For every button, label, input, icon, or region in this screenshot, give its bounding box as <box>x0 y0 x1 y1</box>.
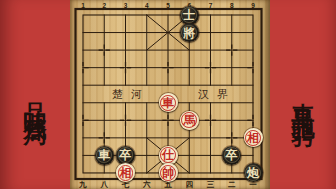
right-banner: 車马驰骋 <box>270 0 336 189</box>
top-label: 8 <box>230 2 234 9</box>
board-wood: 123456789九八七六五四三二一楚河汉界 士將車馬相車卒仕卒相帥炮 <box>70 0 270 189</box>
piece-glyph: 卒 <box>226 149 238 161</box>
piece-black-士[interactable]: 士 <box>180 6 199 25</box>
xiangqi-app: 品味残局 123456789九八七六五四三二一楚河汉界 士將車馬相車卒仕卒相帥炮… <box>0 0 336 189</box>
top-label: 9 <box>251 2 255 9</box>
piece-black-將[interactable]: 將 <box>180 23 199 42</box>
piece-black-卒[interactable]: 卒 <box>116 146 135 165</box>
top-label: 1 <box>81 2 85 9</box>
piece-glyph: 相 <box>247 132 259 144</box>
top-label: 2 <box>102 2 106 9</box>
river-label: 汉界 <box>198 88 236 100</box>
piece-glyph: 將 <box>183 27 195 39</box>
piece-black-卒[interactable]: 卒 <box>222 146 241 165</box>
top-label: 5 <box>166 2 170 9</box>
piece-black-車[interactable]: 車 <box>95 146 114 165</box>
river-label: 楚河 <box>112 88 150 100</box>
piece-red-相[interactable]: 相 <box>244 128 263 147</box>
piece-glyph: 車 <box>162 97 174 109</box>
bottom-label: 二 <box>228 180 236 189</box>
bottom-label: 八 <box>100 180 109 189</box>
piece-red-仕[interactable]: 仕 <box>159 146 178 165</box>
left-banner: 品味残局 <box>0 0 70 189</box>
bottom-label: 九 <box>78 180 87 189</box>
bottom-label: 六 <box>142 180 151 189</box>
piece-red-馬[interactable]: 馬 <box>180 111 199 130</box>
piece-glyph: 馬 <box>183 114 195 126</box>
piece-glyph: 仕 <box>162 149 174 161</box>
piece-glyph: 相 <box>120 167 132 179</box>
left-banner-text: 品味残局 <box>24 84 47 112</box>
piece-glyph: 炮 <box>247 167 259 179</box>
bottom-label: 三 <box>207 180 215 189</box>
piece-glyph: 卒 <box>120 149 132 161</box>
top-label: 7 <box>209 2 213 9</box>
top-label: 3 <box>124 2 128 9</box>
top-label: 4 <box>145 2 149 9</box>
piece-glyph: 士 <box>183 9 195 21</box>
piece-red-帥[interactable]: 帥 <box>159 163 178 182</box>
piece-red-車[interactable]: 車 <box>159 93 178 112</box>
piece-black-炮[interactable]: 炮 <box>244 163 263 182</box>
bottom-label: 四 <box>186 180 194 189</box>
piece-glyph: 帥 <box>162 167 174 179</box>
right-banner-text: 車马驰骋 <box>292 84 315 112</box>
piece-glyph: 車 <box>98 149 110 161</box>
